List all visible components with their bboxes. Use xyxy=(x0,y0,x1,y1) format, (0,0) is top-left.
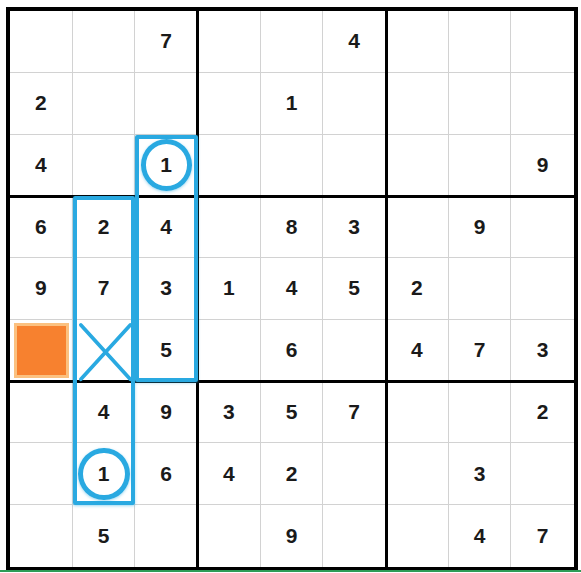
cell-r8c6[interactable] xyxy=(323,443,386,505)
sudoku-grid: 7421419624839973145256473493572164235947 xyxy=(10,11,574,567)
cell-r5c1[interactable]: 9 xyxy=(10,258,73,320)
cell-r8c9[interactable] xyxy=(511,443,574,505)
cell-r8c7[interactable] xyxy=(386,443,449,505)
cell-r8c1[interactable] xyxy=(10,443,73,505)
given-digit: 2 xyxy=(98,215,110,239)
cell-r1c1[interactable] xyxy=(10,11,73,73)
given-digit: 1 xyxy=(160,153,172,177)
cell-r1c9[interactable] xyxy=(511,11,574,73)
cell-r2c4[interactable] xyxy=(198,73,261,135)
cell-r6c2[interactable] xyxy=(73,320,136,382)
cell-r7c2[interactable]: 4 xyxy=(73,382,136,444)
given-digit: 7 xyxy=(537,524,549,548)
cell-r6c1[interactable] xyxy=(10,320,73,382)
given-digit: 4 xyxy=(98,400,110,424)
cell-r6c9[interactable]: 3 xyxy=(511,320,574,382)
cell-r7c5[interactable]: 5 xyxy=(261,382,324,444)
cell-r7c4[interactable]: 3 xyxy=(198,382,261,444)
box-divider-horizontal-2 xyxy=(10,380,574,383)
cell-r9c7[interactable] xyxy=(386,505,449,567)
cell-r8c4[interactable]: 4 xyxy=(198,443,261,505)
cell-r3c1[interactable]: 4 xyxy=(10,135,73,197)
given-digit: 6 xyxy=(160,462,172,486)
given-digit: 3 xyxy=(223,400,235,424)
given-digit: 4 xyxy=(160,215,172,239)
cell-r6c3[interactable]: 5 xyxy=(135,320,198,382)
cell-r3c6[interactable] xyxy=(323,135,386,197)
cell-r7c7[interactable] xyxy=(386,382,449,444)
cell-r9c9[interactable]: 7 xyxy=(511,505,574,567)
given-digit: 9 xyxy=(474,215,486,239)
given-digit: 1 xyxy=(223,276,235,300)
cell-r4c6[interactable]: 3 xyxy=(323,196,386,258)
given-digit: 6 xyxy=(35,215,47,239)
cell-r2c5[interactable]: 1 xyxy=(261,73,324,135)
cell-r4c7[interactable] xyxy=(386,196,449,258)
cell-r9c6[interactable] xyxy=(323,505,386,567)
cell-r9c3[interactable] xyxy=(135,505,198,567)
given-digit: 4 xyxy=(223,462,235,486)
cell-r9c4[interactable] xyxy=(198,505,261,567)
sudoku-board: 7421419624839973145256473493572164235947 xyxy=(6,7,578,571)
given-digit: 7 xyxy=(474,338,486,362)
cell-r3c2[interactable] xyxy=(73,135,136,197)
cell-r5c8[interactable] xyxy=(449,258,512,320)
cell-r8c8[interactable]: 3 xyxy=(449,443,512,505)
cell-r2c3[interactable] xyxy=(135,73,198,135)
cell-r5c9[interactable] xyxy=(511,258,574,320)
cell-r4c5[interactable]: 8 xyxy=(261,196,324,258)
given-digit: 7 xyxy=(98,276,110,300)
given-digit: 4 xyxy=(35,153,47,177)
cell-r4c4[interactable] xyxy=(198,196,261,258)
cell-r5c7[interactable]: 2 xyxy=(386,258,449,320)
given-digit: 9 xyxy=(160,400,172,424)
cell-r9c2[interactable]: 5 xyxy=(73,505,136,567)
cell-r1c2[interactable] xyxy=(73,11,136,73)
cell-r5c4[interactable]: 1 xyxy=(198,258,261,320)
cell-r2c9[interactable] xyxy=(511,73,574,135)
cell-r1c4[interactable] xyxy=(198,11,261,73)
cell-r4c9[interactable] xyxy=(511,196,574,258)
box-divider-horizontal-1 xyxy=(10,195,574,198)
cell-r3c4[interactable] xyxy=(198,135,261,197)
cell-r6c5[interactable]: 6 xyxy=(261,320,324,382)
cell-r6c8[interactable]: 7 xyxy=(449,320,512,382)
cell-r2c1[interactable]: 2 xyxy=(10,73,73,135)
given-digit: 2 xyxy=(286,462,298,486)
cell-r3c8[interactable] xyxy=(449,135,512,197)
given-digit: 2 xyxy=(35,91,47,115)
cell-r3c3[interactable]: 1 xyxy=(135,135,198,197)
given-digit: 3 xyxy=(160,276,172,300)
cell-r5c2[interactable]: 7 xyxy=(73,258,136,320)
cell-r3c9[interactable]: 9 xyxy=(511,135,574,197)
cell-r5c6[interactable]: 5 xyxy=(323,258,386,320)
cell-r9c8[interactable]: 4 xyxy=(449,505,512,567)
cell-r8c2[interactable]: 1 xyxy=(73,443,136,505)
cell-r5c3[interactable]: 3 xyxy=(135,258,198,320)
cell-r1c7[interactable] xyxy=(386,11,449,73)
given-digit: 7 xyxy=(160,29,172,53)
cell-r9c1[interactable] xyxy=(10,505,73,567)
sudoku-screenshot: 7421419624839973145256473493572164235947 xyxy=(0,0,581,573)
given-digit: 4 xyxy=(348,29,360,53)
given-digit: 7 xyxy=(348,400,360,424)
cell-r1c8[interactable] xyxy=(449,11,512,73)
cell-r2c7[interactable] xyxy=(386,73,449,135)
given-digit: 5 xyxy=(286,400,298,424)
given-digit: 9 xyxy=(286,524,298,548)
cell-r2c8[interactable] xyxy=(449,73,512,135)
cell-r6c7[interactable]: 4 xyxy=(386,320,449,382)
box-divider-vertical-1 xyxy=(196,11,199,567)
cell-r7c8[interactable] xyxy=(449,382,512,444)
given-digit: 4 xyxy=(474,524,486,548)
given-digit: 2 xyxy=(411,276,423,300)
given-digit: 9 xyxy=(537,153,549,177)
cell-r1c6[interactable]: 4 xyxy=(323,11,386,73)
cell-r1c3[interactable]: 7 xyxy=(135,11,198,73)
given-digit: 2 xyxy=(537,400,549,424)
box-divider-vertical-2 xyxy=(385,11,388,567)
given-digit: 9 xyxy=(35,276,47,300)
given-digit: 3 xyxy=(348,215,360,239)
cell-r7c9[interactable]: 2 xyxy=(511,382,574,444)
bottom-edge-green-line xyxy=(0,570,581,572)
given-digit: 1 xyxy=(98,462,110,486)
cell-r7c6[interactable]: 7 xyxy=(323,382,386,444)
cell-r4c3[interactable]: 4 xyxy=(135,196,198,258)
cell-r4c2[interactable]: 2 xyxy=(73,196,136,258)
cell-r2c2[interactable] xyxy=(73,73,136,135)
cell-r7c1[interactable] xyxy=(10,382,73,444)
cell-r7c3[interactable]: 9 xyxy=(135,382,198,444)
given-digit: 6 xyxy=(286,338,298,362)
given-digit: 5 xyxy=(160,338,172,362)
cell-r4c1[interactable]: 6 xyxy=(10,196,73,258)
given-digit: 4 xyxy=(411,338,423,362)
cell-r4c8[interactable]: 9 xyxy=(449,196,512,258)
cell-r2c6[interactable] xyxy=(323,73,386,135)
given-digit: 1 xyxy=(286,91,298,115)
given-digit: 3 xyxy=(474,462,486,486)
cell-r5c5[interactable]: 4 xyxy=(261,258,324,320)
cell-r6c6[interactable] xyxy=(323,320,386,382)
given-digit: 8 xyxy=(286,215,298,239)
given-digit: 5 xyxy=(98,524,110,548)
given-digit: 5 xyxy=(348,276,360,300)
given-digit: 4 xyxy=(286,276,298,300)
cell-r1c5[interactable] xyxy=(261,11,324,73)
cell-r3c5[interactable] xyxy=(261,135,324,197)
cell-r6c4[interactable] xyxy=(198,320,261,382)
cell-r8c5[interactable]: 2 xyxy=(261,443,324,505)
cell-r3c7[interactable] xyxy=(386,135,449,197)
cell-r9c5[interactable]: 9 xyxy=(261,505,324,567)
given-digit: 3 xyxy=(537,338,549,362)
cell-r8c3[interactable]: 6 xyxy=(135,443,198,505)
